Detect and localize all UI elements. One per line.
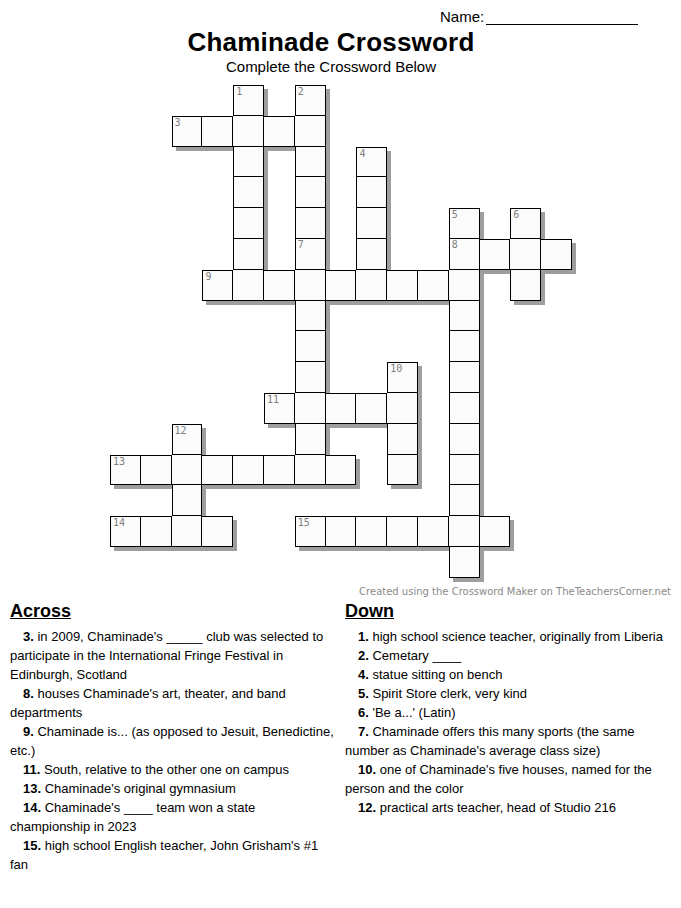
across-clue-14: 14. Chaminade's ____ team won a state ch…	[10, 798, 339, 836]
grid-void	[418, 424, 449, 455]
grid-void	[541, 147, 572, 178]
grid-void	[110, 208, 141, 239]
down-clue-10-number: 10.	[358, 762, 376, 777]
grid-cell-r12c4[interactable]	[233, 455, 264, 486]
grid-void	[202, 547, 233, 578]
grid-void	[141, 393, 172, 424]
grid-void	[141, 547, 172, 578]
clue-number-12: 12	[175, 426, 187, 436]
grid-void	[387, 239, 418, 270]
grid-cell-r15c11[interactable]	[449, 547, 480, 578]
across-clue-15: 15. high school English teacher, John Gr…	[10, 836, 339, 874]
grid-cell-r6c8[interactable]	[356, 270, 387, 301]
grid-void	[110, 270, 141, 301]
grid-void	[541, 424, 572, 455]
grid-void	[541, 455, 572, 486]
grid-void	[172, 301, 203, 332]
clue-number-7: 7	[298, 240, 304, 250]
grid-cell-r12c6[interactable]	[295, 455, 326, 486]
grid-void	[295, 547, 326, 578]
grid-cell-r5c8[interactable]	[356, 239, 387, 270]
clue-number-14: 14	[113, 518, 125, 528]
grid-cell-r9c6[interactable]	[295, 362, 326, 393]
down-clue-7: 7. Chaminade offers this many sports (th…	[345, 722, 675, 760]
grid-void	[480, 208, 511, 239]
grid-void	[264, 362, 295, 393]
grid-cell-r12c7[interactable]	[326, 455, 357, 486]
grid-cell-r12c3[interactable]	[202, 455, 233, 486]
grid-cell-r14c8[interactable]	[356, 516, 387, 547]
grid-cell-r4c11[interactable]: 5	[449, 208, 480, 239]
grid-cell-r11c11[interactable]	[449, 424, 480, 455]
down-clue-10: 10. one of Chaminade's five houses, name…	[345, 760, 675, 798]
grid-void	[202, 85, 233, 116]
grid-void	[202, 331, 233, 362]
grid-cell-r6c11[interactable]	[449, 270, 480, 301]
grid-void	[172, 147, 203, 178]
down-clue-5: 5. Spirit Store clerk, very kind	[345, 684, 675, 703]
grid-void	[141, 85, 172, 116]
grid-void	[510, 455, 541, 486]
grid-void	[480, 393, 511, 424]
grid-cell-r0c4[interactable]: 1	[233, 85, 264, 116]
grid-void	[541, 177, 572, 208]
grid-void	[264, 208, 295, 239]
grid-cell-r10c7[interactable]	[326, 393, 357, 424]
grid-void	[356, 547, 387, 578]
grid-cell-r13c11[interactable]	[449, 485, 480, 516]
grid-void	[202, 301, 233, 332]
grid-void	[141, 147, 172, 178]
grid-void	[264, 239, 295, 270]
grid-void	[356, 455, 387, 486]
grid-void	[418, 485, 449, 516]
grid-void	[480, 85, 511, 116]
grid-cell-r12c0[interactable]: 13	[110, 455, 141, 486]
grid-void	[141, 362, 172, 393]
grid-void	[541, 516, 572, 547]
grid-void	[387, 85, 418, 116]
grid-void	[110, 362, 141, 393]
grid-void	[387, 147, 418, 178]
grid-cell-r1c3[interactable]	[202, 116, 233, 147]
across-clue-8: 8. houses Chaminade's art, theater, and …	[10, 684, 339, 722]
across-clue-11: 11. South, relative to the other one on …	[10, 760, 339, 779]
grid-void	[264, 177, 295, 208]
grid-void	[356, 331, 387, 362]
grid-void	[110, 485, 141, 516]
grid-cell-r6c5[interactable]	[264, 270, 295, 301]
grid-void	[356, 116, 387, 147]
down-clue-5-number: 5.	[358, 686, 369, 701]
grid-cell-r1c2[interactable]: 3	[172, 116, 203, 147]
grid-void	[141, 239, 172, 270]
name-row: Name:	[440, 8, 638, 25]
grid-void	[480, 331, 511, 362]
grid-void	[326, 485, 357, 516]
grid-void	[510, 516, 541, 547]
grid-cell-r10c5[interactable]: 11	[264, 393, 295, 424]
grid-cell-r14c0[interactable]: 14	[110, 516, 141, 547]
grid-void	[110, 116, 141, 147]
grid-void	[510, 331, 541, 362]
grid-void	[202, 177, 233, 208]
grid-void	[418, 208, 449, 239]
grid-void	[233, 301, 264, 332]
page-title: Chaminade Crossword	[0, 27, 662, 58]
across-heading: Across	[10, 601, 339, 622]
across-clue-9: 9. Chaminade is... (as opposed to Jesuit…	[10, 722, 339, 760]
grid-void	[480, 301, 511, 332]
grid-cell-r12c9[interactable]	[387, 455, 418, 486]
grid-void	[541, 547, 572, 578]
across-clue-9-number: 9.	[23, 724, 34, 739]
grid-void	[264, 147, 295, 178]
grid-cell-r4c13[interactable]: 6	[510, 208, 541, 239]
grid-void	[110, 177, 141, 208]
grid-cell-r11c2[interactable]: 12	[172, 424, 203, 455]
down-clue-12-number: 12.	[358, 800, 376, 815]
grid-void	[202, 147, 233, 178]
grid-void	[233, 516, 264, 547]
clue-number-1: 1	[236, 87, 242, 97]
grid-void	[110, 85, 141, 116]
grid-void	[480, 547, 511, 578]
grid-void	[326, 177, 357, 208]
grid-cell-r12c5[interactable]	[264, 455, 295, 486]
grid-void	[326, 85, 357, 116]
grid-cell-r7c11[interactable]	[449, 301, 480, 332]
grid-void	[480, 116, 511, 147]
grid-void	[449, 116, 480, 147]
grid-cell-r6c13[interactable]	[510, 270, 541, 301]
across-clue-8-number: 8.	[23, 686, 34, 701]
grid-void	[356, 424, 387, 455]
grid-void	[449, 85, 480, 116]
grid-void	[418, 547, 449, 578]
grid-cell-r14c7[interactable]	[326, 516, 357, 547]
grid-void	[172, 239, 203, 270]
across-clue-11-number: 11.	[23, 762, 40, 777]
grid-void	[510, 393, 541, 424]
grid-cell-r5c11[interactable]: 8	[449, 239, 480, 270]
grid-void	[449, 177, 480, 208]
across-clue-13-number: 13.	[23, 781, 41, 796]
grid-void	[510, 362, 541, 393]
grid-void	[418, 362, 449, 393]
grid-cell-r12c11[interactable]	[449, 455, 480, 486]
grid-void	[233, 485, 264, 516]
grid-void	[110, 301, 141, 332]
worksheet-page: Name: Chaminade Crossword Complete the C…	[0, 0, 681, 908]
grid-cell-r2c8[interactable]: 4	[356, 147, 387, 178]
grid-cell-r14c2[interactable]	[172, 516, 203, 547]
grid-cell-r6c10[interactable]	[418, 270, 449, 301]
grid-cell-r6c3[interactable]: 9	[202, 270, 233, 301]
down-clue-6-number: 6.	[358, 705, 369, 720]
grid-void	[141, 116, 172, 147]
grid-void	[110, 331, 141, 362]
down-clue-2: 2. Cemetary ____	[345, 646, 675, 665]
down-section: Down 1. high school science teacher, ori…	[345, 601, 675, 817]
grid-void	[387, 301, 418, 332]
grid-void	[202, 485, 233, 516]
clue-number-6: 6	[513, 210, 519, 220]
grid-void	[418, 177, 449, 208]
grid-cell-r5c6[interactable]: 7	[295, 239, 326, 270]
grid-void	[418, 331, 449, 362]
grid-void	[172, 208, 203, 239]
grid-cell-r13c2[interactable]	[172, 485, 203, 516]
page-subtitle: Complete the Crossword Below	[0, 58, 662, 75]
grid-void	[387, 116, 418, 147]
grid-void	[418, 393, 449, 424]
down-heading: Down	[345, 601, 675, 622]
grid-void	[480, 177, 511, 208]
grid-void	[172, 177, 203, 208]
grid-cell-r10c11[interactable]	[449, 393, 480, 424]
grid-void	[233, 362, 264, 393]
grid-void	[326, 239, 357, 270]
grid-void	[264, 331, 295, 362]
grid-void	[510, 485, 541, 516]
clue-number-9: 9	[205, 272, 211, 282]
grid-cell-r1c5[interactable]	[264, 116, 295, 147]
grid-cell-r14c11[interactable]	[449, 516, 480, 547]
clue-number-8: 8	[452, 240, 458, 250]
grid-cell-r10c6[interactable]	[295, 393, 326, 424]
grid-void	[110, 239, 141, 270]
grid-void	[510, 85, 541, 116]
grid-void	[541, 331, 572, 362]
grid-void	[233, 331, 264, 362]
down-clue-12: 12. practical arts teacher, head of Stud…	[345, 798, 675, 817]
grid-void	[510, 424, 541, 455]
grid-void	[480, 485, 511, 516]
down-clue-4: 4. statue sitting on bench	[345, 665, 675, 684]
grid-cell-r3c4[interactable]	[233, 177, 264, 208]
credit-footer: Created using the Crossword Maker on The…	[359, 586, 671, 597]
grid-void	[541, 116, 572, 147]
grid-void	[510, 116, 541, 147]
grid-void	[264, 424, 295, 455]
grid-cell-r5c13[interactable]	[510, 239, 541, 270]
grid-void	[326, 547, 357, 578]
name-label: Name:	[440, 8, 484, 25]
grid-cell-r2c6[interactable]	[295, 147, 326, 178]
across-clue-15-number: 15.	[23, 838, 41, 853]
grid-void	[172, 85, 203, 116]
grid-void	[141, 177, 172, 208]
grid-void	[110, 147, 141, 178]
grid-void	[172, 362, 203, 393]
down-clue-7-number: 7.	[358, 724, 369, 739]
grid-void	[172, 331, 203, 362]
grid-void	[326, 116, 357, 147]
grid-cell-r8c11[interactable]	[449, 331, 480, 362]
clue-number-13: 13	[113, 457, 125, 467]
down-clue-2-number: 2.	[358, 648, 369, 663]
grid-void	[326, 424, 357, 455]
crossword-grid: 123456789101112131415	[110, 85, 572, 578]
grid-void	[326, 147, 357, 178]
grid-void	[356, 85, 387, 116]
clue-number-5: 5	[452, 210, 458, 220]
grid-void	[141, 270, 172, 301]
grid-void	[449, 147, 480, 178]
down-clue-1-number: 1.	[358, 629, 369, 644]
grid-void	[510, 547, 541, 578]
clue-number-3: 3	[175, 118, 181, 128]
grid-cell-r14c9[interactable]	[387, 516, 418, 547]
grid-void	[480, 147, 511, 178]
grid-void	[356, 485, 387, 516]
grid-cell-r5c4[interactable]	[233, 239, 264, 270]
grid-cell-r11c6[interactable]	[295, 424, 326, 455]
down-clue-6: 6. 'Be a...' (Latin)	[345, 703, 675, 722]
grid-void	[387, 485, 418, 516]
grid-void	[141, 485, 172, 516]
across-clue-list: 3. in 2009, Chaminade's _____ club was s…	[10, 627, 339, 874]
grid-void	[326, 301, 357, 332]
grid-void	[418, 301, 449, 332]
grid-void	[510, 177, 541, 208]
grid-void	[141, 424, 172, 455]
grid-cell-r14c10[interactable]	[418, 516, 449, 547]
grid-cell-r3c6[interactable]	[295, 177, 326, 208]
grid-cell-r9c9[interactable]: 10	[387, 362, 418, 393]
grid-cell-r4c6[interactable]	[295, 208, 326, 239]
grid-void	[326, 331, 357, 362]
across-clue-3-number: 3.	[23, 629, 34, 644]
grid-void	[326, 208, 357, 239]
grid-cell-r10c9[interactable]	[387, 393, 418, 424]
grid-cell-r11c9[interactable]	[387, 424, 418, 455]
grid-void	[418, 147, 449, 178]
grid-void	[510, 147, 541, 178]
grid-void	[541, 393, 572, 424]
grid-cell-r3c8[interactable]	[356, 177, 387, 208]
across-clue-14-number: 14.	[23, 800, 41, 815]
grid-cell-r7c6[interactable]	[295, 301, 326, 332]
grid-void	[387, 331, 418, 362]
grid-cell-r0c6[interactable]: 2	[295, 85, 326, 116]
grid-void	[110, 393, 141, 424]
grid-void	[264, 301, 295, 332]
grid-cell-r14c6[interactable]: 15	[295, 516, 326, 547]
grid-void	[541, 362, 572, 393]
grid-void	[202, 362, 233, 393]
grid-void	[541, 301, 572, 332]
grid-void	[264, 547, 295, 578]
grid-void	[480, 362, 511, 393]
grid-void	[356, 301, 387, 332]
grid-void	[172, 547, 203, 578]
grid-cell-r14c3[interactable]	[202, 516, 233, 547]
grid-void	[480, 455, 511, 486]
grid-void	[418, 116, 449, 147]
clue-number-15: 15	[298, 518, 310, 528]
grid-void	[264, 516, 295, 547]
grid-void	[387, 177, 418, 208]
grid-cell-r4c4[interactable]	[233, 208, 264, 239]
down-clue-list: 1. high school science teacher, original…	[345, 627, 675, 817]
grid-void	[356, 362, 387, 393]
grid-void	[264, 485, 295, 516]
clue-number-10: 10	[390, 364, 402, 374]
grid-cell-r2c4[interactable]	[233, 147, 264, 178]
grid-void	[233, 547, 264, 578]
name-blank-line[interactable]	[486, 8, 638, 25]
grid-void	[418, 455, 449, 486]
across-clue-13: 13. Chaminade's original gymnasium	[10, 779, 339, 798]
grid-cell-r5c14[interactable]	[541, 239, 572, 270]
grid-void	[233, 393, 264, 424]
grid-void	[480, 270, 511, 301]
grid-void	[541, 485, 572, 516]
grid-void	[172, 393, 203, 424]
grid-void	[510, 301, 541, 332]
grid-cell-r12c2[interactable]	[172, 455, 203, 486]
grid-void	[141, 301, 172, 332]
grid-cell-r6c4[interactable]	[233, 270, 264, 301]
grid-cell-r9c11[interactable]	[449, 362, 480, 393]
grid-void	[202, 208, 233, 239]
grid-void	[387, 547, 418, 578]
grid-void	[326, 362, 357, 393]
grid-cell-r6c7[interactable]	[326, 270, 357, 301]
grid-void	[480, 424, 511, 455]
grid-cell-r6c6[interactable]	[295, 270, 326, 301]
down-clue-1: 1. high school science teacher, original…	[345, 627, 675, 646]
grid-void	[202, 239, 233, 270]
grid-cell-r5c12[interactable]	[480, 239, 511, 270]
down-clue-4-number: 4.	[358, 667, 369, 682]
clue-number-4: 4	[359, 149, 365, 159]
grid-void	[110, 547, 141, 578]
grid-void	[141, 331, 172, 362]
grid-cell-r1c4[interactable]	[233, 116, 264, 147]
grid-void	[141, 208, 172, 239]
across-section: Across 3. in 2009, Chaminade's _____ clu…	[10, 601, 339, 874]
clue-number-2: 2	[298, 87, 304, 97]
grid-void	[418, 239, 449, 270]
grid-cell-r8c6[interactable]	[295, 331, 326, 362]
grid-void	[202, 393, 233, 424]
grid-void	[233, 424, 264, 455]
grid-void	[418, 85, 449, 116]
grid-cell-r6c9[interactable]	[387, 270, 418, 301]
clue-number-11: 11	[267, 395, 279, 405]
grid-void	[264, 85, 295, 116]
grid-cell-r14c12[interactable]	[480, 516, 511, 547]
grid-void	[295, 485, 326, 516]
grid-void	[541, 208, 572, 239]
grid-cell-r4c8[interactable]	[356, 208, 387, 239]
grid-void	[541, 85, 572, 116]
grid-void	[387, 208, 418, 239]
across-clue-3: 3. in 2009, Chaminade's _____ club was s…	[10, 627, 339, 684]
grid-void	[172, 270, 203, 301]
grid-void	[110, 424, 141, 455]
grid-void	[541, 270, 572, 301]
grid-cell-r10c8[interactable]	[356, 393, 387, 424]
grid-void	[202, 424, 233, 455]
grid-cell-r12c1[interactable]	[141, 455, 172, 486]
grid-cell-r14c1[interactable]	[141, 516, 172, 547]
grid-cell-r1c6[interactable]	[295, 116, 326, 147]
